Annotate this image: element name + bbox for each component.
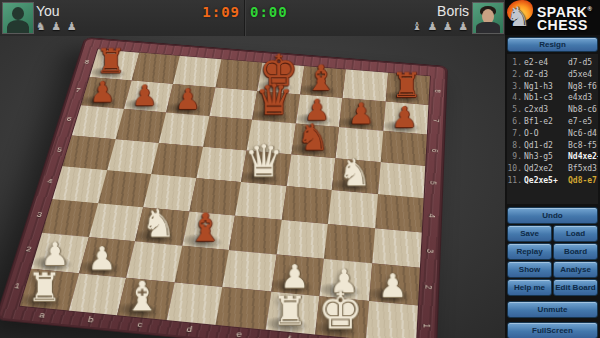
resign-button[interactable]: Resign: [507, 37, 598, 52]
red-knight[interactable]: ♞: [297, 119, 330, 155]
square-f4[interactable]: [281, 186, 331, 224]
chess-board: ♜♚♝♜♟♟♟♛♟♟♟♞♛♞♞♝♟♟♟♟♟♜♝♜♚ abcdefgh112233…: [0, 37, 448, 338]
red-pawn[interactable]: ♟: [175, 85, 201, 114]
move-row: 9.Nh3-g5Nd4xe2+: [507, 151, 598, 163]
save-button[interactable]: Save: [507, 225, 552, 242]
button-stack: Undo Save Load Replay Board Style Show C…: [507, 207, 598, 338]
load-button[interactable]: Load: [553, 225, 598, 242]
square-c1[interactable]: ♝: [117, 277, 174, 320]
analyse-button[interactable]: Analyse: [553, 261, 598, 278]
move-row: 5.c2xd3Nb8-c6: [507, 104, 598, 116]
square-h4[interactable]: [375, 194, 424, 232]
knight-logo-icon: ♞: [506, 3, 530, 30]
red-pawn[interactable]: ♟: [90, 78, 116, 106]
move-row: 6.Bf1-e2e7-e5: [507, 116, 598, 128]
square-a5[interactable]: [62, 135, 115, 170]
red-bishop[interactable]: ♝: [188, 208, 223, 247]
square-e1[interactable]: [216, 287, 271, 330]
logo-text: SPARK® CHESS: [537, 3, 592, 32]
square-g5[interactable]: ♞: [332, 158, 380, 194]
sparkchess-logo[interactable]: ♞ SPARK® CHESS: [505, 0, 600, 35]
square-e3[interactable]: [229, 215, 281, 254]
red-rook[interactable]: ♜: [96, 44, 126, 77]
square-e2[interactable]: [222, 250, 276, 291]
red-pawn[interactable]: ♟: [132, 82, 158, 111]
board-style-button[interactable]: Board Style: [553, 243, 598, 260]
square-b3[interactable]: [88, 203, 143, 242]
boris-avatar[interactable]: [472, 2, 504, 34]
square-d2[interactable]: [174, 246, 229, 287]
square-c5[interactable]: [151, 143, 202, 178]
move-list[interactable]: 1.e2-e4d7-d52.d2-d3d5xe43.Ng1-h3Ng8-f64.…: [507, 54, 598, 204]
square-e7[interactable]: ♛: [252, 91, 300, 124]
square-e5[interactable]: ♛: [241, 150, 291, 186]
player-bar: You ♞ ♟ ♟ 1:09 0:00 Boris ♝ ♟ ♟ ♟: [0, 0, 505, 38]
white-knight[interactable]: ♞: [141, 204, 176, 243]
replay-button[interactable]: Replay: [507, 243, 552, 260]
square-g3[interactable]: [324, 224, 375, 264]
coordinate-label: d: [164, 323, 215, 337]
white-pawn[interactable]: ♟: [88, 242, 117, 274]
help-me-button[interactable]: Help me: [507, 279, 552, 296]
square-d1[interactable]: [166, 282, 222, 325]
move-row: 10.Qd2xe2Bf5xd3: [507, 163, 598, 175]
white-rook[interactable]: ♜: [272, 292, 308, 332]
square-b5[interactable]: [107, 139, 159, 174]
square-d3[interactable]: ♝: [182, 211, 235, 250]
show-coach-button[interactable]: Show Coach: [507, 261, 552, 278]
square-e4[interactable]: [235, 182, 286, 219]
boris-captured-pieces: ♝ ♟ ♟ ♟: [0, 20, 469, 33]
coordinate-label: b: [65, 313, 116, 326]
white-knight[interactable]: ♞: [338, 154, 371, 191]
square-g1[interactable]: ♚: [315, 296, 369, 338]
square-b1[interactable]: [68, 273, 126, 315]
boris-name: Boris: [0, 3, 469, 19]
edit-board-button[interactable]: Edit Board: [553, 279, 598, 296]
move-row: 7.O-ONc6-d4: [507, 128, 598, 140]
square-f3[interactable]: [276, 219, 328, 258]
board-area: ♜♚♝♜♟♟♟♛♟♟♟♞♛♞♞♝♟♟♟♟♟♜♝♜♚ abcdefgh112233…: [0, 36, 505, 338]
move-row: 8.Qd1-d2Bc8-f5: [507, 140, 598, 152]
square-h3[interactable]: [372, 228, 422, 268]
move-row: 11.Qe2xe5+Qd8-e7: [507, 175, 598, 187]
square-h1[interactable]: [365, 300, 418, 338]
white-rook[interactable]: ♜: [27, 268, 62, 307]
square-c7[interactable]: ♟: [166, 84, 215, 116]
square-b6[interactable]: [115, 109, 166, 143]
white-bishop[interactable]: ♝: [124, 276, 160, 316]
move-row: 3.Ng1-h3Ng8-f6: [507, 81, 598, 93]
square-g7[interactable]: ♟: [339, 98, 385, 131]
coordinate-label: e: [213, 327, 264, 338]
red-queen[interactable]: ♛: [255, 79, 293, 121]
undo-button[interactable]: Undo: [507, 207, 598, 224]
square-a3[interactable]: [42, 199, 98, 237]
fullscreen-button[interactable]: FullScreen: [507, 322, 598, 338]
sidebar: ♞ SPARK® CHESS Resign 1.e2-e4d7-d52.d2-d…: [505, 0, 600, 338]
white-queen[interactable]: ♛: [244, 139, 283, 183]
sparkchess-app: You ♞ ♟ ♟ 1:09 0:00 Boris ♝ ♟ ♟ ♟ ♜♚♝♜♟♟…: [0, 0, 600, 338]
square-f5[interactable]: [286, 154, 335, 190]
move-row: 4.Nb1-c3e4xd3: [507, 92, 598, 104]
white-king[interactable]: ♚: [317, 285, 363, 336]
red-pawn[interactable]: ♟: [348, 99, 374, 128]
red-bishop[interactable]: ♝: [306, 60, 337, 95]
white-pawn[interactable]: ♟: [379, 269, 408, 301]
square-f6[interactable]: ♞: [291, 123, 339, 157]
unmute-button[interactable]: Unmute: [507, 301, 598, 318]
move-row: 1.e2-e4d7-d5: [507, 57, 598, 69]
square-h2[interactable]: ♟: [369, 263, 420, 305]
square-f1[interactable]: ♜: [265, 291, 319, 334]
square-c6[interactable]: [159, 112, 209, 146]
move-row: 2.d2-d3d5xe4: [507, 69, 598, 81]
square-g4[interactable]: [328, 190, 378, 228]
